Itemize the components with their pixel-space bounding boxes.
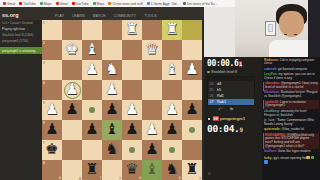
black-pawn-g5[interactable]: ♟ (62, 100, 82, 120)
resign-flag-icon[interactable]: ⚑ (229, 106, 233, 112)
square-e6[interactable]: ♝ (102, 120, 122, 140)
square-f7[interactable] (82, 140, 102, 160)
certificate-frame (265, 21, 276, 36)
opponent-clock-tenth: 1 (239, 61, 243, 67)
square-e5[interactable]: ♟ (102, 100, 122, 120)
file-label: b (179, 176, 181, 180)
square-d4[interactable] (122, 80, 142, 100)
bookmark-favicon-icon (40, 2, 43, 5)
white-king-g2[interactable]: ♚ (62, 40, 82, 60)
streamer-face (279, 11, 304, 37)
square-c5[interactable] (142, 100, 162, 120)
browser-bookmarks-bar: GmailYouTubeMapsGmailYouTubeMapsChess ne… (0, 0, 235, 7)
bookmark-favicon-icon (108, 2, 111, 5)
chat-emote-icon (306, 156, 310, 160)
bookmark-item[interactable]: Gmail (56, 2, 68, 6)
square-e4[interactable]: ♟ (102, 80, 122, 100)
square-c3[interactable] (142, 60, 162, 80)
square-e7[interactable]: ♞ (102, 140, 122, 160)
chat-emote-icon (311, 156, 315, 160)
white-pawn-a3[interactable]: ♟ (182, 60, 202, 80)
square-a3[interactable]: ♟ (182, 60, 202, 80)
square-f3[interactable]: ♟ (82, 60, 102, 80)
square-c4[interactable] (142, 80, 162, 100)
square-a2[interactable] (182, 40, 202, 60)
square-f1[interactable] (82, 20, 102, 40)
square-f6[interactable]: ♟ (82, 120, 102, 140)
square-c2[interactable]: ♛ (142, 40, 162, 60)
site-nav-items: PLAYLEARNWATCHCOMMUNITYTOOLS (55, 14, 157, 18)
player-name: penguingm1 (220, 116, 245, 121)
chat-username[interactable]: chessbro: (265, 81, 281, 85)
bookmark-favicon-icon (72, 2, 75, 5)
game-info-sidebar: 5+0 • Casual • Unrated Playing right now… (0, 20, 42, 180)
stream-screen: GmailYouTubeMapsGmailYouTubeMapsChess ne… (0, 0, 320, 180)
game-controls: ↶ ⚑ (218, 106, 234, 112)
legal-move-dot[interactable] (129, 147, 135, 153)
chat-username[interactable]: cloudberg: (264, 109, 281, 113)
white-bishop-f2[interactable]: ♝ (82, 40, 102, 60)
opponent-clock-main: 00:00.6 (207, 59, 239, 68)
site-logo[interactable]: ss.org (2, 12, 19, 18)
bookmark-favicon-icon (3, 2, 6, 5)
move-list[interactable]: 24d425h526Rd127Rab1 (207, 76, 255, 106)
black-king-h7[interactable]: ♚ (42, 140, 62, 160)
white-rook-b1[interactable]: ♜ (162, 20, 182, 40)
chat-message: cloudberg: obviously the level: Penguin … (263, 109, 319, 118)
square-g8[interactable]: g (62, 160, 82, 180)
rank-label: 4 (43, 81, 45, 85)
square-a4[interactable] (182, 80, 202, 100)
white-rook-d1[interactable]: ♜ (122, 20, 142, 40)
chat-message-mention: rookie22: 1 year in revolution @penguing… (263, 100, 319, 109)
file-label: a (199, 176, 201, 180)
chat-username[interactable]: lastliner: (264, 149, 278, 153)
square-g4[interactable]: ♟ (62, 80, 82, 100)
square-h2[interactable]: 2 (42, 40, 62, 60)
white-knight-e3[interactable]: ♞ (102, 60, 122, 80)
white-pawn-b5[interactable]: ♟ (162, 100, 182, 120)
file-label: g (79, 176, 81, 180)
bookmark-item[interactable]: Maps (93, 2, 105, 6)
opponent-name: Stockfish level 8 (211, 70, 237, 74)
opponent-row[interactable]: Stockfish level 8 (207, 70, 237, 74)
square-c6[interactable]: ♟ (142, 120, 162, 140)
square-b4[interactable] (162, 80, 182, 100)
square-b1[interactable]: ♜ (162, 20, 182, 40)
square-g6[interactable] (62, 120, 82, 140)
square-e2[interactable] (102, 40, 122, 60)
nav-item-community[interactable]: COMMUNITY (114, 14, 137, 18)
bookmark-favicon-icon (183, 2, 186, 5)
player-clock-main: 00:04. (207, 123, 240, 134)
square-h6[interactable]: ♟6 (42, 120, 62, 140)
black-pawn-e5[interactable]: ♟ (102, 100, 122, 120)
chat-message: jx_luve: "Some Commentators Who Needs Lo… (263, 118, 319, 127)
player-clock-tenth: 9 (240, 126, 243, 133)
square-a8[interactable]: ♜a (182, 160, 202, 180)
rank-label: 2 (43, 41, 45, 45)
bookmark-item[interactable]: YouTube (72, 2, 89, 6)
square-h7[interactable]: ♚7 (42, 140, 62, 160)
square-f4[interactable] (82, 80, 102, 100)
white-pawn-f3[interactable]: ♟ (82, 60, 102, 80)
square-f5[interactable] (82, 100, 102, 120)
chat-username[interactable]: Illustrious: (264, 90, 281, 94)
rank-label: 3 (43, 61, 45, 65)
square-b6[interactable]: ♟ (162, 120, 182, 140)
chat-message: LevyFan: my opinion: you can win in Ches… (263, 73, 319, 82)
page-margin (204, 7, 235, 57)
black-player-line[interactable]: penguingm1 (1756) (0, 38, 42, 44)
square-f8[interactable]: ♜f (82, 160, 102, 180)
square-a6[interactable] (182, 120, 202, 140)
black-pawn-d6[interactable]: ♟ (122, 120, 142, 140)
bookmark-item[interactable]: YouTube (19, 2, 36, 6)
rank-label: 7 (43, 141, 45, 145)
file-label: c (159, 176, 161, 180)
square-g2[interactable]: ♚ (62, 40, 82, 60)
stream-chat[interactable]: Radiance: Cali is enjoying computer ches… (262, 57, 320, 180)
capture-ring (64, 82, 81, 99)
chat-username[interactable]: Radiance: (264, 58, 280, 62)
square-a5[interactable]: ♟ (182, 100, 202, 120)
square-b2[interactable] (162, 40, 182, 60)
file-label: e (119, 176, 121, 180)
square-h8[interactable]: 8h (42, 160, 62, 180)
file-label: f (100, 176, 101, 180)
chat-username[interactable]: quietmode: (264, 127, 282, 131)
square-c1[interactable] (142, 20, 162, 40)
chat-emote-icon (264, 160, 268, 164)
chat-message: Radiance: Cali is enjoying computer ches… (263, 58, 319, 67)
square-d2[interactable] (122, 40, 142, 60)
square-b3[interactable]: ♝ (162, 60, 182, 80)
rank-label: 1 (43, 21, 45, 25)
rank-label: 6 (43, 121, 45, 125)
square-c8[interactable]: ♝c (142, 160, 162, 180)
online-dot-icon (207, 71, 210, 74)
square-d1[interactable]: ♜ (122, 20, 142, 40)
square-h4[interactable]: 4 (42, 80, 62, 100)
player-clock: 00:04.9 (207, 123, 243, 134)
square-g7[interactable] (62, 140, 82, 160)
last-move-highlight (182, 20, 202, 40)
square-a7[interactable] (182, 140, 202, 160)
square-h3[interactable]: 3 (42, 60, 62, 80)
legal-move-dot[interactable] (189, 127, 195, 133)
square-b8[interactable]: ♞b (162, 160, 182, 180)
square-a1[interactable] (182, 20, 202, 40)
chat-username[interactable]: soberch: (264, 67, 278, 71)
chat-username[interactable]: jx_luve: (264, 118, 276, 122)
white-pawn-c6[interactable]: ♟ (142, 120, 162, 140)
square-c7[interactable]: ♟ (142, 140, 162, 160)
white-bishop-b3[interactable]: ♝ (162, 60, 182, 80)
pawn-icon: ♙ (207, 170, 211, 176)
bookmark-favicon-icon (93, 2, 96, 5)
square-d6[interactable]: ♟ (122, 120, 142, 140)
square-b5[interactable]: ♟ (162, 100, 182, 120)
black-knight-e7[interactable]: ♞ (102, 140, 122, 160)
rank-label: 8 (43, 161, 45, 165)
bookmark-item[interactable]: Chess news and stuff (108, 2, 142, 6)
chat-message-mention: RUIZGAMING: @GMStockfish only games that… (263, 133, 319, 149)
white-pawn-e4[interactable]: ♟ (102, 80, 122, 100)
move-row[interactable]: 27Rab1 (208, 99, 254, 105)
streaming-banner[interactable]: penguingm1 is streaming (0, 47, 42, 54)
chat-message-mention: chessbro: @penguingm1 I beat every level… (263, 82, 319, 91)
chess-board[interactable]: 1♜♜2♚♝♛3♟♞♝♟4♟♟♟5♟♟♟♟♟♟6♟♝♟♟♟♚7♞♟8hg♜fe♛… (42, 20, 202, 180)
square-f2[interactable]: ♝ (82, 40, 102, 60)
black-pawn-a5[interactable]: ♟ (182, 100, 202, 120)
square-e3[interactable]: ♞ (102, 60, 122, 80)
white-queen-c2[interactable]: ♛ (142, 40, 162, 60)
legal-move-dot[interactable] (89, 107, 95, 113)
webcam-overlay: ⌕ (235, 0, 320, 57)
nav-item-learn[interactable]: LEARN (72, 14, 84, 18)
white-pawn-h5[interactable]: ♟ (42, 100, 62, 120)
chat-username[interactable]: LevyFan: (264, 72, 278, 76)
square-d3[interactable] (122, 60, 142, 80)
bookmark-item[interactable]: 1 Game Aggr: Tod... (147, 2, 179, 6)
square-h5[interactable]: ♟5 (42, 100, 62, 120)
takeback-icon[interactable]: ↶ (218, 106, 222, 112)
game-panel: 00:00.61 Stockfish level 8 24d425h526Rd1… (204, 57, 262, 180)
bookmark-favicon-icon (147, 2, 150, 5)
bookmark-item[interactable]: Maps (40, 2, 52, 6)
black-pawn-c7[interactable]: ♟ (142, 140, 162, 160)
nav-item-tools[interactable]: TOOLS (144, 14, 156, 18)
chat-username[interactable]: rookie22: (265, 100, 280, 104)
bookmark-item[interactable]: Decisions of the Su... (183, 2, 217, 6)
square-d5[interactable]: ♟ (122, 100, 142, 120)
opponent-clock: 00:00.61 (207, 59, 242, 68)
bookmark-favicon-icon (19, 2, 22, 5)
chat-message: lastliner: Gotta like hyper modern (263, 150, 319, 155)
square-g3[interactable] (62, 60, 82, 80)
square-g1[interactable] (62, 20, 82, 40)
bookmark-item[interactable]: Gmail (3, 2, 15, 6)
penguin-flair-icon (207, 117, 211, 121)
player-row[interactable]: GM penguingm1 (207, 116, 245, 121)
square-b7[interactable] (162, 140, 182, 160)
white-pawn-d5[interactable]: ♟ (122, 100, 142, 120)
nav-item-watch[interactable]: WATCH (93, 14, 106, 18)
curtain (308, 0, 320, 57)
square-g5[interactable]: ♟ (62, 100, 82, 120)
chat-message: Illustrious: Illustrative lecture: Pengu… (263, 91, 319, 100)
black-pawn-b6[interactable]: ♟ (162, 120, 182, 140)
black-pawn-h6[interactable]: ♟ (42, 120, 62, 140)
rank-label: 5 (43, 101, 45, 105)
square-h1[interactable]: 1 (42, 20, 62, 40)
square-d7[interactable] (122, 140, 142, 160)
legal-move-dot[interactable] (169, 147, 175, 153)
black-pawn-f6[interactable]: ♟ (82, 120, 102, 140)
black-bishop-e6[interactable]: ♝ (102, 120, 122, 140)
file-label: d (139, 176, 141, 180)
site-navbar: ss.org PLAYLEARNWATCHCOMMUNITYTOOLS ⌕ (0, 7, 213, 20)
bookmark-favicon-icon (56, 2, 59, 5)
gm-title-badge: GM (213, 116, 219, 121)
nav-item-play[interactable]: PLAY (55, 14, 64, 18)
square-e1[interactable] (102, 20, 122, 40)
square-d8[interactable]: ♛d (122, 160, 142, 180)
square-e8[interactable]: e (102, 160, 122, 180)
chat-message: forky: gg's stream opening ftw (263, 155, 319, 165)
file-label: h (59, 176, 61, 180)
chat-username[interactable]: forky: (264, 155, 273, 159)
chat-username[interactable]: RUIZGAMING: (265, 133, 287, 137)
